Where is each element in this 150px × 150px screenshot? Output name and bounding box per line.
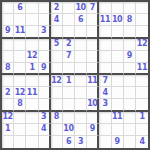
cell-r2c3[interactable]: [26, 14, 38, 26]
cell-r3c4[interactable]: 3: [39, 26, 51, 38]
cell-r1c4[interactable]: [39, 2, 51, 14]
cell-r8c5[interactable]: [51, 87, 63, 99]
cell-r1c9[interactable]: [99, 2, 111, 14]
cell-r6c7[interactable]: [75, 63, 87, 75]
cell-r11c6[interactable]: 10: [63, 124, 75, 136]
cell-r11c12[interactable]: [136, 124, 148, 136]
cell-r1c6[interactable]: [63, 2, 75, 14]
cell-r8c10[interactable]: [112, 87, 124, 99]
cell-r9c9[interactable]: 3: [99, 99, 111, 111]
cell-r5c6[interactable]: 7: [63, 51, 75, 63]
cell-r10c12[interactable]: 1: [136, 112, 148, 124]
cell-r11c3[interactable]: [26, 124, 38, 136]
cell-r4c9[interactable]: [99, 39, 111, 51]
cell-r4c7[interactable]: [75, 39, 87, 51]
cell-r7c11[interactable]: [124, 75, 136, 87]
cell-r5c2[interactable]: [14, 51, 26, 63]
cell-r4c11[interactable]: [124, 39, 136, 51]
cell-r2c10[interactable]: 10: [112, 14, 124, 26]
cell-r10c10[interactable]: 11: [112, 112, 124, 124]
cell-r8c1[interactable]: 2: [2, 87, 14, 99]
cell-r6c11[interactable]: [124, 63, 136, 75]
cell-r9c11[interactable]: [124, 99, 136, 111]
cell-r11c10[interactable]: [112, 124, 124, 136]
cell-r3c9[interactable]: [99, 26, 111, 38]
cell-r5c11[interactable]: 9: [124, 51, 136, 63]
cell-r10c3[interactable]: [26, 112, 38, 124]
cell-r12c4[interactable]: [39, 136, 51, 148]
cell-r10c7[interactable]: [75, 112, 87, 124]
cell-r11c8[interactable]: 9: [87, 124, 99, 136]
cell-r1c5[interactable]: 2: [51, 2, 63, 14]
cell-r3c3[interactable]: [26, 26, 38, 38]
cell-r5c9[interactable]: [99, 51, 111, 63]
cell-r10c4[interactable]: 3: [39, 112, 51, 124]
cell-r6c9[interactable]: [99, 63, 111, 75]
cell-r10c9[interactable]: [99, 112, 111, 124]
cell-r7c5[interactable]: 12: [51, 75, 63, 87]
cell-r7c1[interactable]: [2, 75, 14, 87]
cell-r6c6[interactable]: [63, 63, 75, 75]
cell-r11c5[interactable]: [51, 124, 63, 136]
cell-r2c6[interactable]: [63, 14, 75, 26]
cell-r2c2[interactable]: [14, 14, 26, 26]
cell-r10c5[interactable]: 8: [51, 112, 63, 124]
cell-r5c1[interactable]: [2, 51, 14, 63]
cell-r7c8[interactable]: 11: [87, 75, 99, 87]
cell-r12c3[interactable]: [26, 136, 38, 148]
cell-r10c11[interactable]: [124, 112, 136, 124]
cell-r8c6[interactable]: [63, 87, 75, 99]
cell-r1c11[interactable]: [124, 2, 136, 14]
cell-r9c10[interactable]: [112, 99, 124, 111]
cell-r3c11[interactable]: [124, 26, 136, 38]
cell-r9c5[interactable]: [51, 99, 63, 111]
cell-r12c5[interactable]: [51, 136, 63, 148]
cell-r12c10[interactable]: 9: [112, 136, 124, 148]
cell-r6c2[interactable]: [14, 63, 26, 75]
cell-r12c6[interactable]: 6: [63, 136, 75, 148]
cell-r6c10[interactable]: [112, 63, 124, 75]
cell-r11c2[interactable]: [14, 124, 26, 136]
cell-r10c6[interactable]: [63, 112, 75, 124]
cell-r5c10[interactable]: [112, 51, 124, 63]
cell-r1c10[interactable]: [112, 2, 124, 14]
cell-r7c9[interactable]: 7: [99, 75, 111, 87]
cell-r9c2[interactable]: 8: [14, 99, 26, 111]
cell-r9c8[interactable]: 10: [87, 99, 99, 111]
cell-r4c2[interactable]: [14, 39, 26, 51]
cell-r7c3[interactable]: [26, 75, 38, 87]
cell-r8c12[interactable]: [136, 87, 148, 99]
cell-r5c5[interactable]: [51, 51, 63, 63]
cell-r8c8[interactable]: [87, 87, 99, 99]
cell-r2c8[interactable]: [87, 14, 99, 26]
cell-r8c11[interactable]: [124, 87, 136, 99]
cell-r2c7[interactable]: 6: [75, 14, 87, 26]
cell-r3c8[interactable]: [87, 26, 99, 38]
cell-r9c4[interactable]: [39, 99, 51, 111]
cell-r3c2[interactable]: 11: [14, 26, 26, 38]
cell-r12c2[interactable]: [14, 136, 26, 148]
cell-r12c8[interactable]: [87, 136, 99, 148]
cell-r6c3[interactable]: 1: [26, 63, 38, 75]
cell-r4c4[interactable]: [39, 39, 51, 51]
cell-r9c3[interactable]: [26, 99, 38, 111]
cell-r7c10[interactable]: [112, 75, 124, 87]
cell-r10c1[interactable]: 12: [2, 112, 14, 124]
cell-r11c11[interactable]: [124, 124, 136, 136]
cell-r1c2[interactable]: 6: [14, 2, 26, 14]
cell-r1c7[interactable]: 10: [75, 2, 87, 14]
cell-r8c2[interactable]: 12: [14, 87, 26, 99]
cell-r8c3[interactable]: 11: [26, 87, 38, 99]
cell-r9c12[interactable]: [136, 99, 148, 111]
cell-r6c8[interactable]: [87, 63, 99, 75]
sudoku-puzzle: 6210746111089113521212798191112111721211…: [0, 0, 150, 150]
cell-r8c9[interactable]: 4: [99, 87, 111, 99]
cell-r7c7[interactable]: [75, 75, 87, 87]
cell-r8c4[interactable]: [39, 87, 51, 99]
cell-r10c2[interactable]: [14, 112, 26, 124]
cell-r4c12[interactable]: 12: [136, 39, 148, 51]
cell-r2c9[interactable]: 11: [99, 14, 111, 26]
cell-r12c11[interactable]: [124, 136, 136, 148]
cell-r9c6[interactable]: [63, 99, 75, 111]
cell-r3c7[interactable]: [75, 26, 87, 38]
sudoku-board: 6210746111089113521212798191112111721211…: [0, 0, 150, 150]
cell-r7c12[interactable]: [136, 75, 148, 87]
cell-r5c12[interactable]: [136, 51, 148, 63]
cell-r7c6[interactable]: 1: [63, 75, 75, 87]
cell-r4c6[interactable]: 2: [63, 39, 75, 51]
cell-r6c1[interactable]: 8: [2, 63, 14, 75]
cell-r11c7[interactable]: [75, 124, 87, 136]
cell-r4c3[interactable]: [26, 39, 38, 51]
cell-r2c11[interactable]: 8: [124, 14, 136, 26]
cell-r1c3[interactable]: [26, 2, 38, 14]
cell-r4c8[interactable]: [87, 39, 99, 51]
cell-r3c5[interactable]: [51, 26, 63, 38]
cell-r1c12[interactable]: [136, 2, 148, 14]
cell-r11c4[interactable]: 4: [39, 124, 51, 136]
cell-r3c6[interactable]: [63, 26, 75, 38]
cell-r7c4[interactable]: [39, 75, 51, 87]
cell-r12c1[interactable]: [2, 136, 14, 148]
cell-r5c8[interactable]: [87, 51, 99, 63]
cell-r6c4[interactable]: 9: [39, 63, 51, 75]
cell-r4c5[interactable]: 5: [51, 39, 63, 51]
cell-r3c10[interactable]: [112, 26, 124, 38]
cell-r5c3[interactable]: 12: [26, 51, 38, 63]
cell-r1c1[interactable]: [2, 2, 14, 14]
cell-r2c4[interactable]: [39, 14, 51, 26]
cell-r3c1[interactable]: 9: [2, 26, 14, 38]
cell-r8c7[interactable]: [75, 87, 87, 99]
cell-r3c12[interactable]: [136, 26, 148, 38]
cell-r9c1[interactable]: [2, 99, 14, 111]
cell-r2c12[interactable]: [136, 14, 148, 26]
cell-r6c5[interactable]: [51, 63, 63, 75]
cell-r1c8[interactable]: 7: [87, 2, 99, 14]
cell-r7c2[interactable]: [14, 75, 26, 87]
cell-r4c1[interactable]: [2, 39, 14, 51]
cell-r9c7[interactable]: [75, 99, 87, 111]
cell-r10c8[interactable]: [87, 112, 99, 124]
cell-r2c1[interactable]: [2, 14, 14, 26]
cell-r6c12[interactable]: 11: [136, 63, 148, 75]
cell-r12c7[interactable]: 3: [75, 136, 87, 148]
cell-r12c9[interactable]: [99, 136, 111, 148]
cell-r4c10[interactable]: [112, 39, 124, 51]
cell-r11c9[interactable]: [99, 124, 111, 136]
cell-r12c12[interactable]: 4: [136, 136, 148, 148]
cell-r5c4[interactable]: [39, 51, 51, 63]
cell-r5c7[interactable]: [75, 51, 87, 63]
cell-r2c5[interactable]: 4: [51, 14, 63, 26]
cell-r11c1[interactable]: 1: [2, 124, 14, 136]
